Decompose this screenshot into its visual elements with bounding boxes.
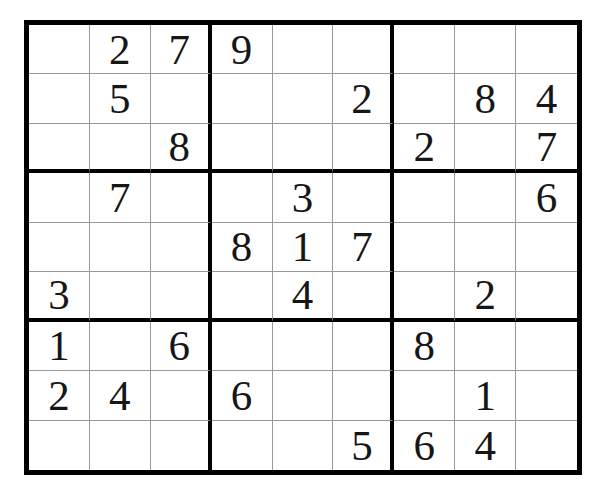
cell-r1c5[interactable]	[273, 25, 334, 74]
cell-r4c4[interactable]	[212, 173, 273, 222]
page: 27952848277368173421682461564	[0, 0, 600, 484]
cell-r1c2[interactable]: 2	[90, 25, 151, 74]
cell-r7c3[interactable]: 6	[151, 322, 212, 371]
cell-r7c7[interactable]: 8	[394, 322, 455, 371]
cell-r6c9[interactable]	[516, 272, 577, 321]
cell-r5c9[interactable]	[516, 223, 577, 272]
cell-r4c7[interactable]	[394, 173, 455, 222]
cell-r7c8[interactable]	[455, 322, 516, 371]
cell-r8c9[interactable]	[516, 371, 577, 420]
cell-r5c4[interactable]: 8	[212, 223, 273, 272]
cell-r4c1[interactable]	[29, 173, 90, 222]
cell-r9c6[interactable]: 5	[333, 421, 394, 470]
cell-r8c6[interactable]	[333, 371, 394, 420]
cell-r2c3[interactable]	[151, 74, 212, 123]
cell-r6c1[interactable]: 3	[29, 272, 90, 321]
cell-r1c4[interactable]: 9	[212, 25, 273, 74]
cell-r1c3[interactable]: 7	[151, 25, 212, 74]
cell-r5c5[interactable]: 1	[273, 223, 334, 272]
cell-r1c8[interactable]	[455, 25, 516, 74]
cell-r6c4[interactable]	[212, 272, 273, 321]
cell-r8c8[interactable]: 1	[455, 371, 516, 420]
cell-r4c2[interactable]: 7	[90, 173, 151, 222]
cell-r2c6[interactable]: 2	[333, 74, 394, 123]
cell-r3c7[interactable]: 2	[394, 124, 455, 173]
cell-r9c8[interactable]: 4	[455, 421, 516, 470]
cell-r8c4[interactable]: 6	[212, 371, 273, 420]
cell-r2c1[interactable]	[29, 74, 90, 123]
cell-r6c3[interactable]	[151, 272, 212, 321]
sudoku-board: 27952848277368173421682461564	[24, 20, 582, 475]
cell-r4c3[interactable]	[151, 173, 212, 222]
cell-r8c2[interactable]: 4	[90, 371, 151, 420]
cell-r9c7[interactable]: 6	[394, 421, 455, 470]
cell-r7c5[interactable]	[273, 322, 334, 371]
cell-r7c6[interactable]	[333, 322, 394, 371]
cell-r1c6[interactable]	[333, 25, 394, 74]
cell-r9c2[interactable]	[90, 421, 151, 470]
cell-r3c3[interactable]: 8	[151, 124, 212, 173]
cell-r8c1[interactable]: 2	[29, 371, 90, 420]
cell-r7c1[interactable]: 1	[29, 322, 90, 371]
cell-r9c1[interactable]	[29, 421, 90, 470]
cell-r8c5[interactable]	[273, 371, 334, 420]
cell-r2c8[interactable]: 8	[455, 74, 516, 123]
cell-r5c6[interactable]: 7	[333, 223, 394, 272]
cell-r6c2[interactable]	[90, 272, 151, 321]
cell-r2c4[interactable]	[212, 74, 273, 123]
cell-r5c7[interactable]	[394, 223, 455, 272]
cell-r9c4[interactable]	[212, 421, 273, 470]
cell-r4c5[interactable]: 3	[273, 173, 334, 222]
cell-r4c6[interactable]	[333, 173, 394, 222]
cell-r3c1[interactable]	[29, 124, 90, 173]
cell-r9c9[interactable]	[516, 421, 577, 470]
cell-r3c6[interactable]	[333, 124, 394, 173]
cell-r4c8[interactable]	[455, 173, 516, 222]
cell-r1c7[interactable]	[394, 25, 455, 74]
cell-r8c7[interactable]	[394, 371, 455, 420]
cell-r7c4[interactable]	[212, 322, 273, 371]
cell-r8c3[interactable]	[151, 371, 212, 420]
cell-r9c5[interactable]	[273, 421, 334, 470]
cell-r2c5[interactable]	[273, 74, 334, 123]
cell-r2c2[interactable]: 5	[90, 74, 151, 123]
cell-r2c7[interactable]	[394, 74, 455, 123]
cell-r7c9[interactable]	[516, 322, 577, 371]
cell-r3c5[interactable]	[273, 124, 334, 173]
cell-r3c9[interactable]: 7	[516, 124, 577, 173]
cell-r6c8[interactable]: 2	[455, 272, 516, 321]
cell-r3c4[interactable]	[212, 124, 273, 173]
cell-r7c2[interactable]	[90, 322, 151, 371]
cell-r5c8[interactable]	[455, 223, 516, 272]
cell-r6c7[interactable]	[394, 272, 455, 321]
cell-r5c1[interactable]	[29, 223, 90, 272]
cell-r6c6[interactable]	[333, 272, 394, 321]
cell-r1c1[interactable]	[29, 25, 90, 74]
cell-r3c2[interactable]	[90, 124, 151, 173]
cell-r4c9[interactable]: 6	[516, 173, 577, 222]
cell-r5c2[interactable]	[90, 223, 151, 272]
cell-r5c3[interactable]	[151, 223, 212, 272]
cell-r1c9[interactable]	[516, 25, 577, 74]
cell-r6c5[interactable]: 4	[273, 272, 334, 321]
cell-r3c8[interactable]	[455, 124, 516, 173]
cell-r2c9[interactable]: 4	[516, 74, 577, 123]
cell-r9c3[interactable]	[151, 421, 212, 470]
